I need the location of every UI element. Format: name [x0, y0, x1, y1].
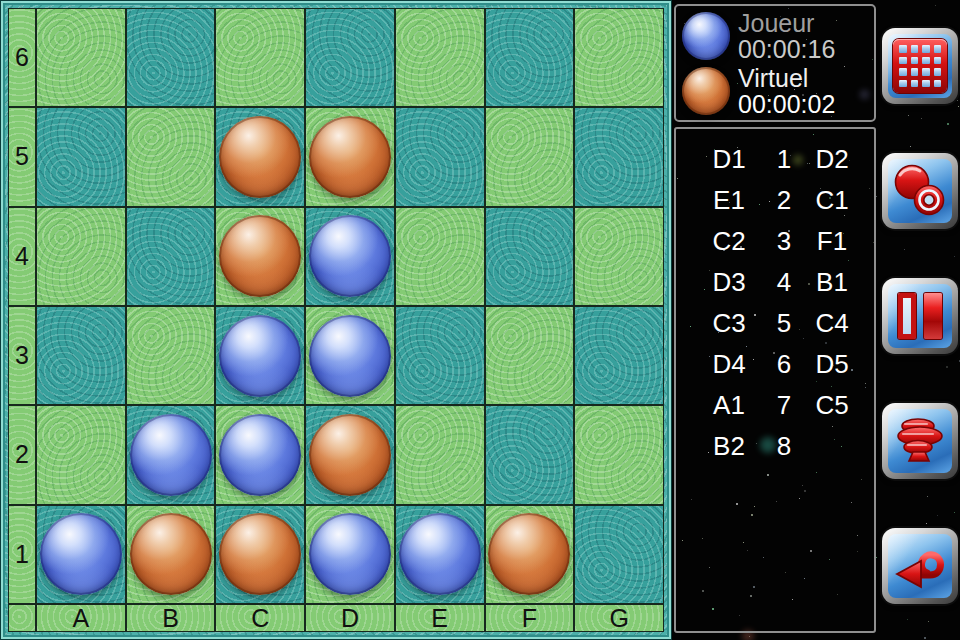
clouds-icon: [891, 412, 949, 470]
move-number: 4: [764, 267, 804, 298]
cell-D2[interactable]: [306, 406, 394, 503]
move-row: D46D5: [676, 344, 874, 385]
piece-blue: [219, 315, 301, 397]
row-label-5: 5: [9, 108, 35, 205]
col-label-F: F: [486, 605, 574, 631]
move-row: D11D2: [676, 139, 874, 180]
cell-E1[interactable]: [396, 506, 484, 603]
piece-blue: [40, 513, 122, 595]
cell-F5[interactable]: [486, 108, 574, 205]
move-number: 3: [764, 226, 804, 257]
cell-A3[interactable]: [37, 307, 125, 404]
cell-D3[interactable]: [306, 307, 394, 404]
piece-blue: [309, 215, 391, 297]
pieces-icon: [891, 162, 949, 220]
blue-piece-icon: [682, 12, 730, 60]
row-label-3: 3: [9, 307, 35, 404]
col-label-B: B: [127, 605, 215, 631]
cell-A6[interactable]: [37, 9, 125, 106]
cell-G2[interactable]: [575, 406, 663, 503]
cell-G1[interactable]: [575, 506, 663, 603]
cell-B4[interactable]: [127, 208, 215, 305]
cell-E6[interactable]: [396, 9, 484, 106]
move-list-panel: D11D2E12C1C23F1D34B1C35C4D46D5A17C5B28: [674, 127, 876, 633]
cell-D1[interactable]: [306, 506, 394, 603]
clouds-button[interactable]: [882, 403, 958, 479]
move-row: B28: [676, 426, 874, 467]
move-left: D4: [694, 349, 764, 380]
piece-orange: [219, 116, 301, 198]
move-row: C35C4: [676, 303, 874, 344]
cell-F6[interactable]: [486, 9, 574, 106]
pause-button[interactable]: [882, 278, 958, 354]
move-number: 8: [764, 431, 804, 462]
piece-orange: [219, 215, 301, 297]
col-label-A: A: [37, 605, 125, 631]
player-clock: 00:00:02: [738, 91, 835, 117]
cell-F2[interactable]: [486, 406, 574, 503]
move-row: D34B1: [676, 262, 874, 303]
cell-C2[interactable]: [216, 406, 304, 503]
grid-icon: [893, 39, 947, 93]
cell-D5[interactable]: [306, 108, 394, 205]
piece-blue: [219, 414, 301, 496]
corner-cell: [9, 605, 35, 631]
row-label-4: 4: [9, 208, 35, 305]
row-label-1: 1: [9, 506, 35, 603]
piece-blue: [309, 315, 391, 397]
board-grid-button[interactable]: [882, 28, 958, 104]
move-number: 1: [764, 144, 804, 175]
cell-E5[interactable]: [396, 108, 484, 205]
cell-D6[interactable]: [306, 9, 394, 106]
cell-D4[interactable]: [306, 208, 394, 305]
move-right: D5: [804, 349, 860, 380]
cell-C4[interactable]: [216, 208, 304, 305]
cell-G5[interactable]: [575, 108, 663, 205]
player-name: Virtuel: [738, 65, 835, 91]
move-left: A1: [694, 390, 764, 421]
col-label-C: C: [216, 605, 304, 631]
move-number: 5: [764, 308, 804, 339]
move-number: 2: [764, 185, 804, 216]
piece-orange: [130, 513, 212, 595]
row-label-2: 2: [9, 406, 35, 503]
cell-E3[interactable]: [396, 307, 484, 404]
cell-C6[interactable]: [216, 9, 304, 106]
cell-A4[interactable]: [37, 208, 125, 305]
move-right: F1: [804, 226, 860, 257]
player-row-joueur: Joueur 00:00:16: [680, 10, 870, 62]
move-right: C5: [804, 390, 860, 421]
piece-orange: [219, 513, 301, 595]
cell-A5[interactable]: [37, 108, 125, 205]
col-label-E: E: [396, 605, 484, 631]
cell-B2[interactable]: [127, 406, 215, 503]
orange-piece-icon: [682, 67, 730, 115]
piece-orange: [309, 116, 391, 198]
col-label-D: D: [306, 605, 394, 631]
move-row: C23F1: [676, 221, 874, 262]
move-left: C3: [694, 308, 764, 339]
piece-blue: [130, 414, 212, 496]
pieces-button[interactable]: [882, 153, 958, 229]
cell-G3[interactable]: [575, 307, 663, 404]
move-right: C1: [804, 185, 860, 216]
player-clock-panel: Joueur 00:00:16 Virtuel 00:00:02: [674, 4, 876, 122]
cell-C3[interactable]: [216, 307, 304, 404]
cell-F1[interactable]: [486, 506, 574, 603]
move-right: D2: [804, 144, 860, 175]
move-left: D3: [694, 267, 764, 298]
move-row: E12C1: [676, 180, 874, 221]
col-label-G: G: [575, 605, 663, 631]
cell-A1[interactable]: [37, 506, 125, 603]
board-frame: 654321ABCDEFG: [0, 0, 672, 640]
row-label-6: 6: [9, 9, 35, 106]
cell-G6[interactable]: [575, 9, 663, 106]
move-list: D11D2E12C1C23F1D34B1C35C4D46D5A17C5B28: [676, 139, 874, 467]
undo-button[interactable]: [882, 528, 958, 604]
cell-B6[interactable]: [127, 9, 215, 106]
piece-orange: [309, 414, 391, 496]
player-clock: 00:00:16: [738, 36, 835, 62]
move-left: E1: [694, 185, 764, 216]
game-window: 654321ABCDEFG Joueur 00:00:16 Virtuel 00…: [0, 0, 960, 640]
move-row: A17C5: [676, 385, 874, 426]
cell-E2[interactable]: [396, 406, 484, 503]
move-right: B1: [804, 267, 860, 298]
move-number: 7: [764, 390, 804, 421]
pause-icon: [898, 293, 942, 339]
move-left: D1: [694, 144, 764, 175]
piece-blue: [399, 513, 481, 595]
move-left: C2: [694, 226, 764, 257]
piece-blue: [309, 513, 391, 595]
move-right: C4: [804, 308, 860, 339]
cell-C5[interactable]: [216, 108, 304, 205]
undo-arrow-icon: [891, 537, 949, 595]
cell-F3[interactable]: [486, 307, 574, 404]
cell-B1[interactable]: [127, 506, 215, 603]
piece-orange: [488, 513, 570, 595]
cell-C1[interactable]: [216, 506, 304, 603]
player-row-virtuel: Virtuel 00:00:02: [680, 65, 870, 117]
cell-F4[interactable]: [486, 208, 574, 305]
move-number: 6: [764, 349, 804, 380]
cell-B3[interactable]: [127, 307, 215, 404]
player-name: Joueur: [738, 10, 835, 36]
cell-E4[interactable]: [396, 208, 484, 305]
cell-B5[interactable]: [127, 108, 215, 205]
move-left: B2: [694, 431, 764, 462]
cell-G4[interactable]: [575, 208, 663, 305]
board-grid: 654321ABCDEFG: [8, 8, 664, 632]
cell-A2[interactable]: [37, 406, 125, 503]
